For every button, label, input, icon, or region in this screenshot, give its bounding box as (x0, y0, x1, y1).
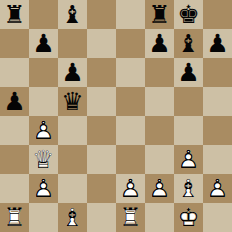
square-c2[interactable] (58, 174, 87, 203)
black-pawn[interactable]: ♟ (58, 58, 87, 87)
white-bishop[interactable]: ♝♗ (58, 203, 87, 232)
black-rook[interactable]: ♜ (145, 0, 174, 29)
square-h5[interactable] (203, 87, 232, 116)
square-e5[interactable] (116, 87, 145, 116)
white-king[interactable]: ♚♔ (174, 203, 203, 232)
white-pawn[interactable]: ♟♙ (116, 174, 145, 203)
square-b6[interactable] (29, 58, 58, 87)
square-f5[interactable] (145, 87, 174, 116)
square-d2[interactable] (87, 174, 116, 203)
square-d3[interactable] (87, 145, 116, 174)
square-b5[interactable] (29, 87, 58, 116)
square-a7[interactable] (0, 29, 29, 58)
square-c6[interactable]: ♟ (58, 58, 87, 87)
square-a5[interactable]: ♟ (0, 87, 29, 116)
square-c4[interactable] (58, 116, 87, 145)
square-c7[interactable] (58, 29, 87, 58)
square-f2[interactable]: ♟♙ (145, 174, 174, 203)
white-queen[interactable]: ♛♕ (29, 145, 58, 174)
square-e3[interactable] (116, 145, 145, 174)
square-c8[interactable]: ♝ (58, 0, 87, 29)
white-pawn[interactable]: ♟♙ (29, 116, 58, 145)
square-d7[interactable] (87, 29, 116, 58)
square-f6[interactable] (145, 58, 174, 87)
square-e8[interactable] (116, 0, 145, 29)
square-a2[interactable] (0, 174, 29, 203)
white-pawn[interactable]: ♟♙ (174, 145, 203, 174)
square-b2[interactable]: ♟♙ (29, 174, 58, 203)
square-c5[interactable]: ♛ (58, 87, 87, 116)
black-queen[interactable]: ♛ (58, 87, 87, 116)
square-f7[interactable]: ♟ (145, 29, 174, 58)
square-d4[interactable] (87, 116, 116, 145)
white-pawn[interactable]: ♟♙ (29, 174, 58, 203)
square-f8[interactable]: ♜ (145, 0, 174, 29)
square-g2[interactable]: ♝♗ (174, 174, 203, 203)
square-e2[interactable]: ♟♙ (116, 174, 145, 203)
square-c1[interactable]: ♝♗ (58, 203, 87, 232)
square-h2[interactable]: ♟♙ (203, 174, 232, 203)
square-c3[interactable] (58, 145, 87, 174)
black-king[interactable]: ♚ (174, 0, 203, 29)
chess-board: ♜♝♜♚♟♟♝♟♟♟♟♛♟♙♛♕♟♙♟♙♟♙♟♙♝♗♟♙♜♖♝♗♜♖♚♔ (0, 0, 232, 232)
black-pawn[interactable]: ♟ (203, 29, 232, 58)
square-b7[interactable]: ♟ (29, 29, 58, 58)
square-a4[interactable] (0, 116, 29, 145)
square-g7[interactable]: ♝ (174, 29, 203, 58)
square-b1[interactable] (29, 203, 58, 232)
square-d1[interactable] (87, 203, 116, 232)
square-g6[interactable]: ♟ (174, 58, 203, 87)
square-a6[interactable] (0, 58, 29, 87)
square-h1[interactable] (203, 203, 232, 232)
white-bishop[interactable]: ♝♗ (174, 174, 203, 203)
black-bishop[interactable]: ♝ (174, 29, 203, 58)
black-bishop[interactable]: ♝ (58, 0, 87, 29)
black-rook[interactable]: ♜ (0, 0, 29, 29)
square-d8[interactable] (87, 0, 116, 29)
black-pawn[interactable]: ♟ (145, 29, 174, 58)
square-g4[interactable] (174, 116, 203, 145)
square-g8[interactable]: ♚ (174, 0, 203, 29)
square-f1[interactable] (145, 203, 174, 232)
square-e6[interactable] (116, 58, 145, 87)
square-e7[interactable] (116, 29, 145, 58)
square-b4[interactable]: ♟♙ (29, 116, 58, 145)
square-h4[interactable] (203, 116, 232, 145)
square-a3[interactable] (0, 145, 29, 174)
square-d5[interactable] (87, 87, 116, 116)
white-rook[interactable]: ♜♖ (116, 203, 145, 232)
square-b8[interactable] (29, 0, 58, 29)
square-g1[interactable]: ♚♔ (174, 203, 203, 232)
square-e4[interactable] (116, 116, 145, 145)
square-f4[interactable] (145, 116, 174, 145)
black-pawn[interactable]: ♟ (29, 29, 58, 58)
square-b3[interactable]: ♛♕ (29, 145, 58, 174)
square-h3[interactable] (203, 145, 232, 174)
square-a8[interactable]: ♜ (0, 0, 29, 29)
white-pawn[interactable]: ♟♙ (145, 174, 174, 203)
white-pawn[interactable]: ♟♙ (203, 174, 232, 203)
square-e1[interactable]: ♜♖ (116, 203, 145, 232)
square-g3[interactable]: ♟♙ (174, 145, 203, 174)
black-pawn[interactable]: ♟ (0, 87, 29, 116)
black-pawn[interactable]: ♟ (174, 58, 203, 87)
square-d6[interactable] (87, 58, 116, 87)
square-a1[interactable]: ♜♖ (0, 203, 29, 232)
white-rook[interactable]: ♜♖ (0, 203, 29, 232)
square-f3[interactable] (145, 145, 174, 174)
square-h6[interactable] (203, 58, 232, 87)
square-h7[interactable]: ♟ (203, 29, 232, 58)
square-h8[interactable] (203, 0, 232, 29)
square-g5[interactable] (174, 87, 203, 116)
